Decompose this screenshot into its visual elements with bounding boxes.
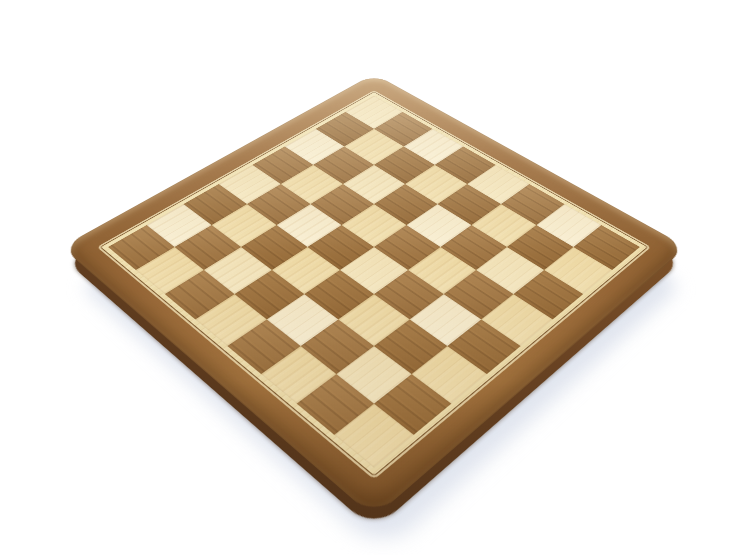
board-squares-grid	[108, 96, 640, 468]
board-border-strip	[100, 92, 649, 477]
photo-backdrop	[0, 0, 750, 555]
chess-board	[61, 74, 686, 518]
board-scene	[0, 0, 750, 555]
